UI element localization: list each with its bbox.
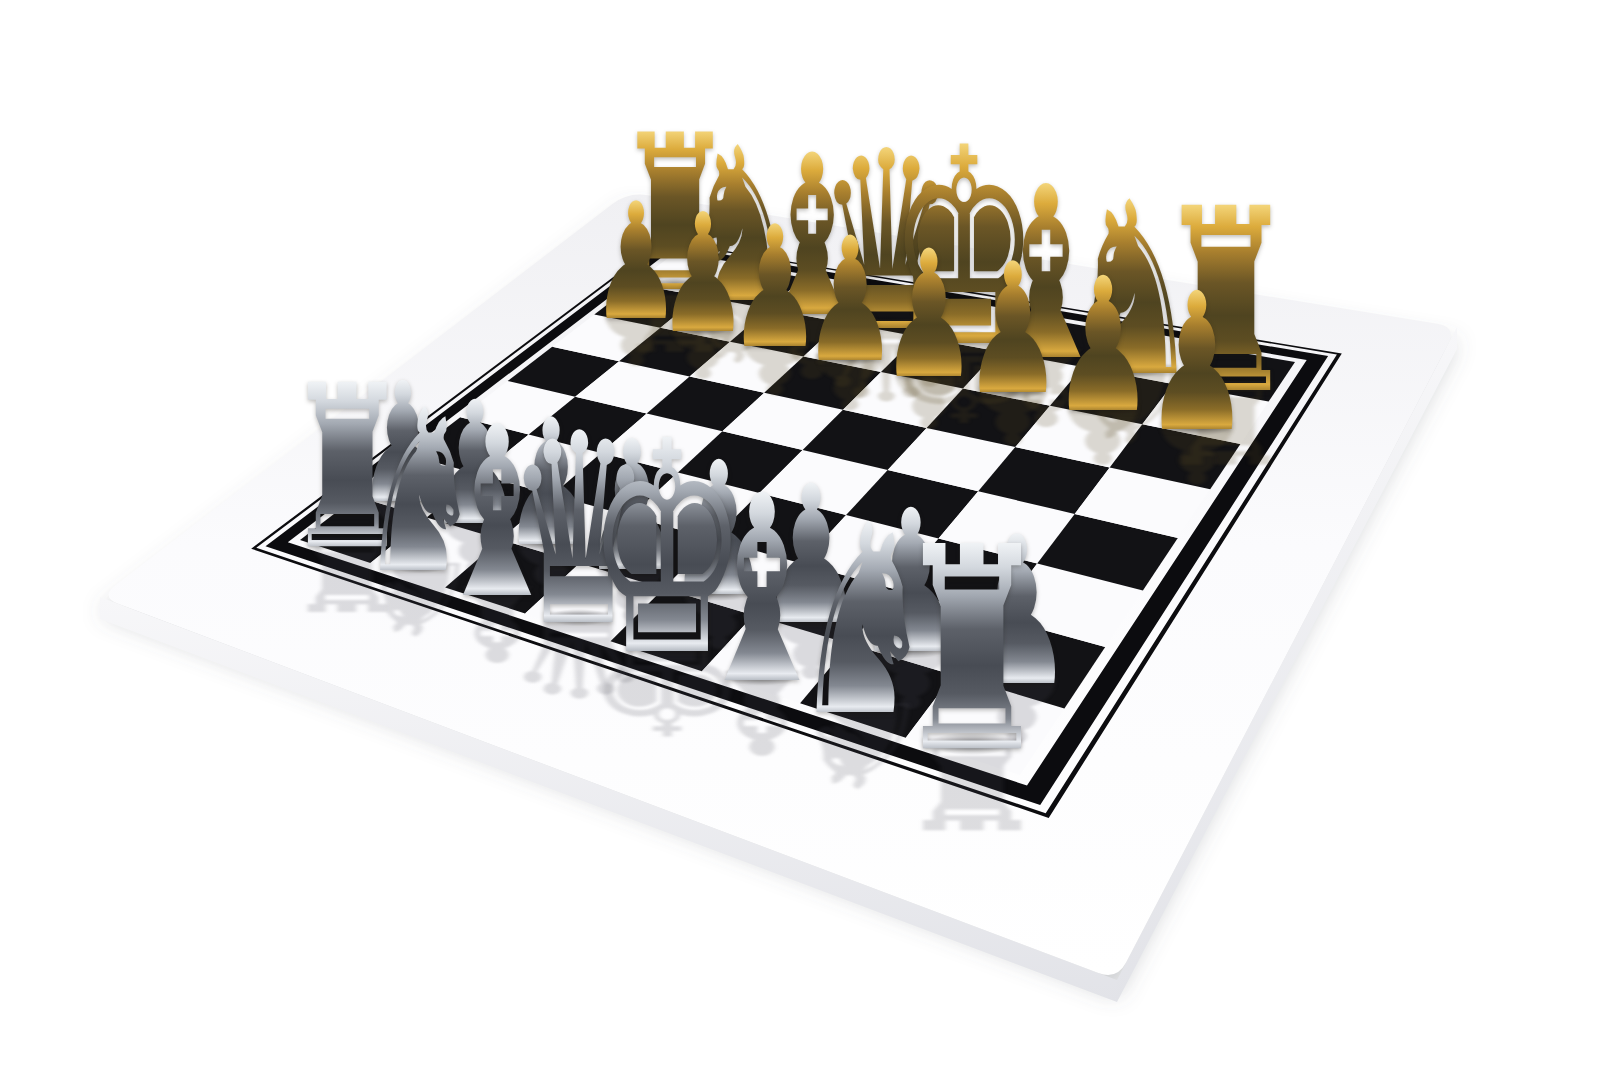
chess-set-photo: ♜♞♝♛♚♝♞♜♟♟♟♟♟♟♟♟♟♟♟♟♟♟♟♟♜♞♝♛♚♝♞♜ ♜♞♝♛♚♝♞… [0, 0, 1600, 1067]
chess-board [0, 0, 1600, 1067]
